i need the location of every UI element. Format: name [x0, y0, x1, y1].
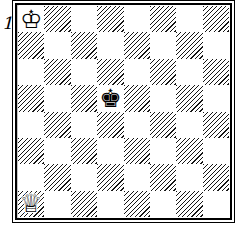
- square-f5[interactable]: [150, 85, 176, 111]
- square-h7[interactable]: [203, 32, 229, 58]
- square-d4[interactable]: [97, 112, 123, 138]
- board-frame-inner: ♔♚♕: [15, 3, 232, 220]
- square-a5[interactable]: [18, 85, 44, 111]
- square-e1[interactable]: [124, 191, 150, 217]
- square-a8[interactable]: ♔: [18, 6, 44, 32]
- square-g1[interactable]: [176, 191, 202, 217]
- square-b3[interactable]: [44, 138, 70, 164]
- square-e5[interactable]: [124, 85, 150, 111]
- square-d8[interactable]: [97, 6, 123, 32]
- square-h2[interactable]: [203, 164, 229, 190]
- square-b8[interactable]: [44, 6, 70, 32]
- square-g6[interactable]: [176, 59, 202, 85]
- square-e8[interactable]: [124, 6, 150, 32]
- square-b7[interactable]: [44, 32, 70, 58]
- square-f7[interactable]: [150, 32, 176, 58]
- square-g2[interactable]: [176, 164, 202, 190]
- white-king[interactable]: ♔: [20, 7, 42, 32]
- square-c8[interactable]: [71, 6, 97, 32]
- square-d6[interactable]: [97, 59, 123, 85]
- black-king[interactable]: ♚: [99, 86, 121, 111]
- square-d5[interactable]: ♚: [97, 85, 123, 111]
- square-d2[interactable]: [97, 164, 123, 190]
- board-frame-outer: ♔♚♕: [12, 0, 235, 223]
- square-d7[interactable]: [97, 32, 123, 58]
- square-g5[interactable]: [176, 85, 202, 111]
- square-h3[interactable]: [203, 138, 229, 164]
- square-e4[interactable]: [124, 112, 150, 138]
- white-queen[interactable]: ♕: [20, 191, 42, 216]
- square-g3[interactable]: [176, 138, 202, 164]
- square-c6[interactable]: [71, 59, 97, 85]
- square-a4[interactable]: [18, 112, 44, 138]
- square-c2[interactable]: [71, 164, 97, 190]
- square-a2[interactable]: [18, 164, 44, 190]
- square-f8[interactable]: [150, 6, 176, 32]
- chess-board: ♔♚♕: [18, 6, 229, 217]
- square-f6[interactable]: [150, 59, 176, 85]
- square-f2[interactable]: [150, 164, 176, 190]
- square-a3[interactable]: [18, 138, 44, 164]
- square-h8[interactable]: [203, 6, 229, 32]
- square-d3[interactable]: [97, 138, 123, 164]
- square-e3[interactable]: [124, 138, 150, 164]
- square-d1[interactable]: [97, 191, 123, 217]
- square-a6[interactable]: [18, 59, 44, 85]
- square-f1[interactable]: [150, 191, 176, 217]
- square-g4[interactable]: [176, 112, 202, 138]
- square-c7[interactable]: [71, 32, 97, 58]
- square-a7[interactable]: [18, 32, 44, 58]
- square-g8[interactable]: [176, 6, 202, 32]
- square-e2[interactable]: [124, 164, 150, 190]
- square-a1[interactable]: ♕: [18, 191, 44, 217]
- square-b1[interactable]: [44, 191, 70, 217]
- square-g7[interactable]: [176, 32, 202, 58]
- square-c4[interactable]: [71, 112, 97, 138]
- square-h6[interactable]: [203, 59, 229, 85]
- square-b4[interactable]: [44, 112, 70, 138]
- square-f4[interactable]: [150, 112, 176, 138]
- square-c3[interactable]: [71, 138, 97, 164]
- square-h1[interactable]: [203, 191, 229, 217]
- square-b2[interactable]: [44, 164, 70, 190]
- square-f3[interactable]: [150, 138, 176, 164]
- square-h4[interactable]: [203, 112, 229, 138]
- square-e6[interactable]: [124, 59, 150, 85]
- square-h5[interactable]: [203, 85, 229, 111]
- square-b6[interactable]: [44, 59, 70, 85]
- square-e7[interactable]: [124, 32, 150, 58]
- square-c5[interactable]: [71, 85, 97, 111]
- square-c1[interactable]: [71, 191, 97, 217]
- square-b5[interactable]: [44, 85, 70, 111]
